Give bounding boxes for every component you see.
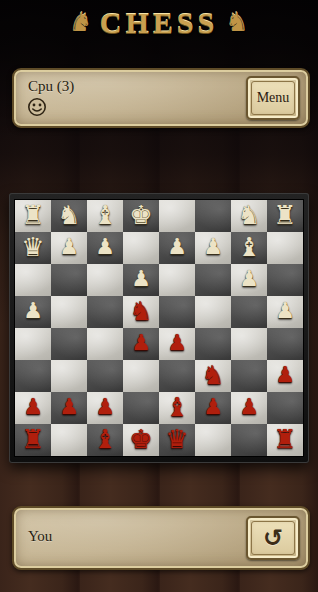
square-r3c0[interactable]: ♟ — [15, 296, 51, 328]
square-r1c4[interactable]: ♟ — [159, 232, 195, 264]
white-queen: ♛ — [21, 234, 44, 260]
red-knight: ♞ — [201, 362, 224, 388]
cpu-player-bar: Cpu (3) Menu — [12, 68, 310, 128]
red-rook: ♜ — [273, 426, 296, 452]
square-r4c2[interactable] — [87, 328, 123, 360]
square-r7c2[interactable]: ♝ — [87, 424, 123, 456]
square-r7c3[interactable]: ♚ — [123, 424, 159, 456]
square-r3c2[interactable] — [87, 296, 123, 328]
white-knight: ♞ — [57, 202, 80, 228]
knight-logo-right-icon: ♞ — [225, 10, 248, 36]
square-r3c6[interactable] — [231, 296, 267, 328]
square-r1c6[interactable]: ♝ — [231, 232, 267, 264]
white-pawn: ♟ — [95, 236, 115, 258]
undo-button[interactable]: ↺ — [246, 516, 300, 560]
red-pawn: ♟ — [131, 332, 151, 354]
red-pawn: ♟ — [239, 396, 259, 418]
square-r0c2[interactable]: ♝ — [87, 200, 123, 232]
square-r1c2[interactable]: ♟ — [87, 232, 123, 264]
square-r5c3[interactable] — [123, 360, 159, 392]
red-king: ♚ — [129, 426, 152, 452]
menu-button-label: Menu — [257, 90, 290, 106]
square-r7c4[interactable]: ♛ — [159, 424, 195, 456]
square-r6c5[interactable]: ♟ — [195, 392, 231, 424]
square-r1c1[interactable]: ♟ — [51, 232, 87, 264]
square-r3c3[interactable]: ♞ — [123, 296, 159, 328]
square-r1c0[interactable]: ♛ — [15, 232, 51, 264]
square-r1c3[interactable] — [123, 232, 159, 264]
white-king: ♚ — [129, 202, 152, 228]
square-r6c6[interactable]: ♟ — [231, 392, 267, 424]
square-r0c3[interactable]: ♚ — [123, 200, 159, 232]
square-r3c4[interactable] — [159, 296, 195, 328]
chess-board: ♜♞♝♚♞♜♛♟♟♟♟♝♟♟♟♞♟♟♟♞♟♟♟♟♝♟♟♜♝♚♛♜ — [15, 200, 303, 456]
app-title: CHESS — [100, 6, 218, 40]
square-r5c5[interactable]: ♞ — [195, 360, 231, 392]
square-r4c0[interactable] — [15, 328, 51, 360]
square-r2c7[interactable] — [267, 264, 303, 296]
square-r4c6[interactable] — [231, 328, 267, 360]
square-r1c5[interactable]: ♟ — [195, 232, 231, 264]
red-pawn: ♟ — [59, 396, 79, 418]
square-r3c1[interactable] — [51, 296, 87, 328]
white-bishop: ♝ — [237, 234, 260, 260]
square-r7c6[interactable] — [231, 424, 267, 456]
square-r7c1[interactable] — [51, 424, 87, 456]
square-r2c0[interactable] — [15, 264, 51, 296]
square-r2c1[interactable] — [51, 264, 87, 296]
white-pawn: ♟ — [203, 236, 223, 258]
square-r4c3[interactable]: ♟ — [123, 328, 159, 360]
cpu-mood-smiley-icon — [27, 97, 47, 117]
square-r7c5[interactable] — [195, 424, 231, 456]
square-r0c1[interactable]: ♞ — [51, 200, 87, 232]
square-r2c6[interactable]: ♟ — [231, 264, 267, 296]
white-pawn: ♟ — [275, 300, 295, 322]
square-r0c5[interactable] — [195, 200, 231, 232]
square-r5c6[interactable] — [231, 360, 267, 392]
square-r6c7[interactable] — [267, 392, 303, 424]
square-r6c0[interactable]: ♟ — [15, 392, 51, 424]
square-r0c4[interactable] — [159, 200, 195, 232]
square-r4c5[interactable] — [195, 328, 231, 360]
square-r2c4[interactable] — [159, 264, 195, 296]
square-r6c4[interactable]: ♝ — [159, 392, 195, 424]
square-r7c7[interactable]: ♜ — [267, 424, 303, 456]
square-r5c7[interactable]: ♟ — [267, 360, 303, 392]
red-bishop: ♝ — [165, 394, 188, 420]
square-r0c0[interactable]: ♜ — [15, 200, 51, 232]
square-r7c0[interactable]: ♜ — [15, 424, 51, 456]
red-queen: ♛ — [165, 426, 188, 452]
menu-button[interactable]: Menu — [246, 76, 300, 120]
red-pawn: ♟ — [203, 396, 223, 418]
square-r1c7[interactable] — [267, 232, 303, 264]
square-r3c5[interactable] — [195, 296, 231, 328]
app-screen: ♞ CHESS ♞ Cpu (3) Menu ♜♞♝♚♞♜♛♟♟♟♟♝♟♟♟♞♟… — [0, 0, 318, 592]
white-pawn: ♟ — [239, 268, 259, 290]
square-r4c7[interactable] — [267, 328, 303, 360]
undo-icon: ↺ — [263, 526, 283, 550]
square-r5c0[interactable] — [15, 360, 51, 392]
red-pawn: ♟ — [275, 364, 295, 386]
square-r5c4[interactable] — [159, 360, 195, 392]
square-r6c1[interactable]: ♟ — [51, 392, 87, 424]
white-bishop: ♝ — [93, 202, 116, 228]
square-r2c3[interactable]: ♟ — [123, 264, 159, 296]
red-pawn: ♟ — [23, 396, 43, 418]
square-r3c7[interactable]: ♟ — [267, 296, 303, 328]
title-bar: ♞ CHESS ♞ — [0, 0, 318, 46]
square-r6c3[interactable] — [123, 392, 159, 424]
white-rook: ♜ — [273, 202, 296, 228]
square-r6c2[interactable]: ♟ — [87, 392, 123, 424]
white-rook: ♜ — [21, 202, 44, 228]
red-pawn: ♟ — [95, 396, 115, 418]
square-r4c1[interactable] — [51, 328, 87, 360]
chess-board-frame: ♜♞♝♚♞♜♛♟♟♟♟♝♟♟♟♞♟♟♟♞♟♟♟♟♝♟♟♜♝♚♛♜ — [9, 193, 309, 463]
you-player-bar: You ↺ — [12, 506, 310, 570]
square-r2c2[interactable] — [87, 264, 123, 296]
knight-logo-left-icon: ♞ — [69, 10, 92, 36]
red-rook: ♜ — [21, 426, 44, 452]
cpu-player-label: Cpu (3) — [28, 78, 74, 95]
you-player-label: You — [28, 528, 52, 545]
red-bishop: ♝ — [93, 426, 116, 452]
square-r0c7[interactable]: ♜ — [267, 200, 303, 232]
white-pawn: ♟ — [167, 236, 187, 258]
red-pawn: ♟ — [167, 332, 187, 354]
white-pawn: ♟ — [131, 268, 151, 290]
red-knight: ♞ — [129, 298, 152, 324]
square-r5c1[interactable] — [51, 360, 87, 392]
square-r5c2[interactable] — [87, 360, 123, 392]
white-pawn: ♟ — [59, 236, 79, 258]
square-r4c4[interactable]: ♟ — [159, 328, 195, 360]
white-knight: ♞ — [237, 202, 260, 228]
square-r2c5[interactable] — [195, 264, 231, 296]
white-pawn: ♟ — [23, 300, 43, 322]
square-r0c6[interactable]: ♞ — [231, 200, 267, 232]
